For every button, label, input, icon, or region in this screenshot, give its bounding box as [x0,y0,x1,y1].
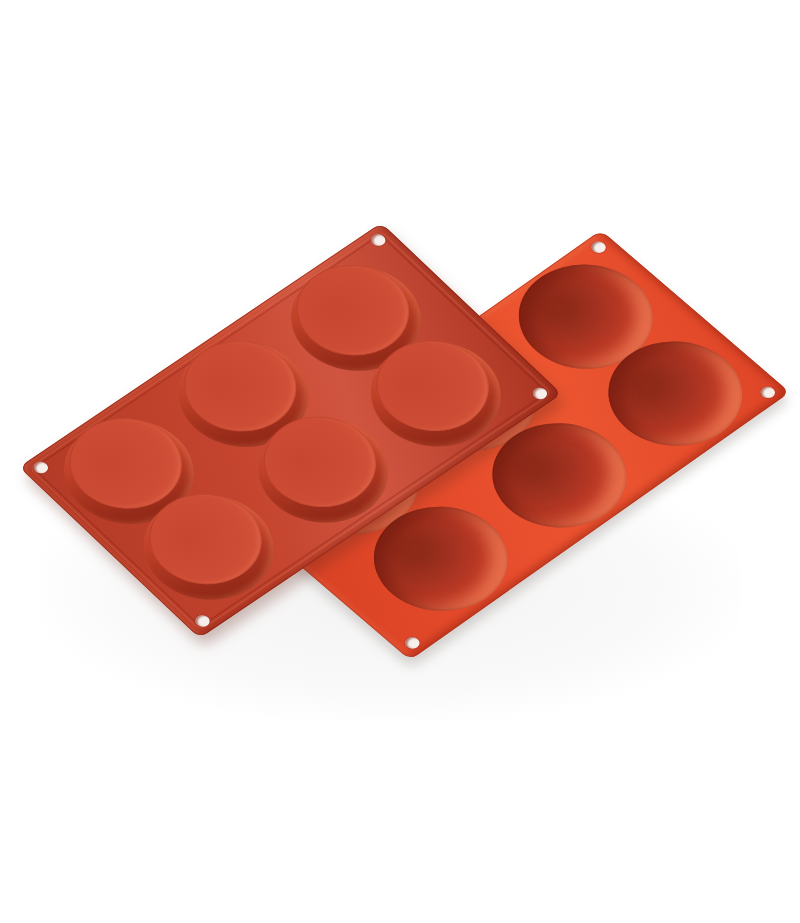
corner-hole [368,232,388,248]
underside-mold-layer [0,0,800,923]
corner-hole [192,613,212,629]
underside-mold [19,223,562,639]
product-photo [0,0,800,923]
corner-hole [31,459,51,475]
corner-hole [530,385,550,401]
